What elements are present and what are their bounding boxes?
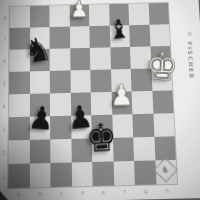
square-g4[interactable] bbox=[132, 91, 153, 114]
black-knight[interactable]: ♞ bbox=[22, 32, 54, 69]
square-e1[interactable] bbox=[92, 161, 114, 186]
vinyl-mat: © FISCHER ♞ ♟♝♞♚♟♟♟♚87654321abcdefgh bbox=[0, 0, 200, 200]
file-label-e: e bbox=[97, 188, 109, 197]
square-a8[interactable] bbox=[10, 6, 30, 28]
square-c2[interactable] bbox=[50, 139, 71, 163]
square-a4[interactable] bbox=[9, 94, 30, 117]
rank-label-7: 7 bbox=[1, 37, 9, 43]
black-king[interactable]: ♚ bbox=[85, 117, 118, 157]
square-h3[interactable] bbox=[153, 113, 175, 137]
file-label-h: h bbox=[161, 186, 173, 195]
square-h4[interactable] bbox=[152, 90, 174, 113]
file-label-d: d bbox=[76, 188, 88, 197]
rank-label-3: 3 bbox=[0, 126, 8, 132]
square-f6[interactable] bbox=[110, 47, 131, 70]
square-g1[interactable] bbox=[134, 160, 156, 184]
black-bishop[interactable]: ♝ bbox=[107, 15, 131, 43]
square-c7[interactable] bbox=[50, 27, 70, 49]
rank-label-2: 2 bbox=[0, 150, 8, 156]
square-d7[interactable] bbox=[69, 26, 89, 48]
square-a3[interactable] bbox=[9, 117, 30, 141]
square-b1[interactable] bbox=[29, 163, 50, 188]
brand-mark: © bbox=[187, 30, 193, 37]
square-e6[interactable] bbox=[90, 47, 111, 70]
square-f1[interactable] bbox=[113, 161, 135, 185]
file-label-b: b bbox=[34, 189, 46, 198]
white-king[interactable]: ♚ bbox=[146, 47, 179, 87]
square-c1[interactable] bbox=[50, 162, 71, 187]
square-c5[interactable] bbox=[50, 70, 71, 93]
square-d5[interactable] bbox=[70, 70, 91, 93]
square-d6[interactable] bbox=[70, 48, 91, 71]
square-d1[interactable] bbox=[71, 162, 92, 187]
rank-label-5: 5 bbox=[0, 81, 8, 87]
rank-label-6: 6 bbox=[0, 58, 8, 64]
rank-label-1: 1 bbox=[0, 173, 7, 179]
brand-text: FISCHER bbox=[186, 42, 195, 80]
file-label-f: f bbox=[118, 187, 130, 196]
rank-label-8: 8 bbox=[1, 15, 9, 21]
square-a5[interactable] bbox=[9, 71, 29, 94]
file-label-c: c bbox=[55, 189, 67, 198]
square-g2[interactable] bbox=[133, 137, 155, 161]
square-b8[interactable] bbox=[30, 6, 50, 28]
file-label-a: a bbox=[13, 190, 25, 199]
square-a2[interactable] bbox=[8, 140, 29, 164]
board-photo: © FISCHER ♞ ♟♝♞♚♟♟♟♚87654321abcdefgh bbox=[0, 0, 200, 200]
rank-label-4: 4 bbox=[0, 103, 8, 109]
square-a1[interactable] bbox=[8, 164, 29, 189]
black-pawn[interactable]: ♟ bbox=[27, 102, 55, 135]
square-h8[interactable] bbox=[148, 3, 169, 25]
square-b2[interactable] bbox=[29, 139, 50, 163]
white-pawn[interactable]: ♟ bbox=[109, 80, 134, 110]
square-e7[interactable] bbox=[89, 26, 110, 48]
square-c8[interactable] bbox=[49, 5, 69, 27]
file-label-g: g bbox=[140, 187, 152, 196]
square-g3[interactable] bbox=[132, 114, 154, 138]
white-pawn[interactable]: ♟ bbox=[69, 0, 88, 22]
square-b5[interactable] bbox=[29, 71, 49, 94]
square-g8[interactable] bbox=[128, 3, 149, 25]
